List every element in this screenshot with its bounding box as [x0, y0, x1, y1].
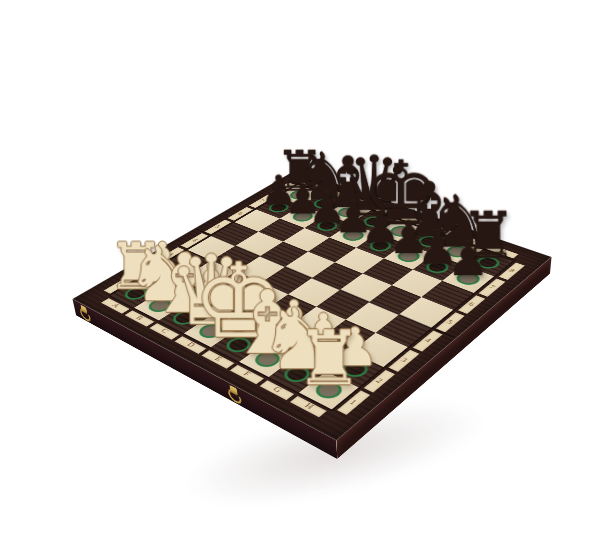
coord-label: 5 [445, 319, 455, 325]
coord-label: 7 [487, 284, 496, 290]
coord-label: 6 [236, 211, 244, 215]
coord-label: E [212, 355, 223, 362]
coord-label: H [302, 402, 315, 411]
photo-stage: ABCDEFGH ABCDEFGH 87654321 87654321 ♜♞♝♛… [0, 0, 600, 548]
coord-label: 2 [374, 377, 385, 384]
coord-label: F [241, 370, 252, 377]
coord-label: G [271, 386, 284, 394]
coord-label: B [134, 315, 145, 322]
white-rook-glyph: ♜ [295, 321, 362, 396]
coord-label: 8 [507, 268, 516, 273]
brass-clasp-icon [226, 383, 241, 403]
coord-label: 1 [348, 399, 359, 407]
coord-label: 6 [467, 301, 476, 307]
coord-label: 4 [422, 337, 432, 344]
coord-label: A [110, 302, 121, 308]
brass-clasp-icon [78, 303, 91, 321]
coord-label: 3 [399, 357, 409, 364]
coord-cell: 7 [478, 278, 505, 296]
coord-label: 5 [213, 224, 222, 229]
coord-cell: 8 [498, 262, 524, 279]
black-pawn-glyph: ♟ [447, 235, 489, 282]
